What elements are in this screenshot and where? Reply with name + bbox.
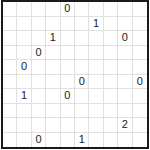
cell-r0c8[interactable] [118, 2, 132, 17]
cell-r9c0[interactable] [3, 133, 17, 148]
cell-r6c1[interactable]: 1 [17, 89, 31, 104]
cell-r3c9[interactable] [133, 46, 147, 61]
cell-r9c6[interactable] [89, 133, 103, 148]
cell-r1c3[interactable] [46, 17, 60, 32]
cell-r0c7[interactable] [104, 2, 118, 17]
cell-r0c9[interactable] [133, 2, 147, 17]
cell-r4c6[interactable] [89, 60, 103, 75]
cell-r6c3[interactable] [46, 89, 60, 104]
cell-r3c2[interactable]: 0 [32, 46, 46, 61]
cell-r9c2[interactable]: 0 [32, 133, 46, 148]
cell-r3c3[interactable] [46, 46, 60, 61]
cell-r6c6[interactable] [89, 89, 103, 104]
cell-r7c4[interactable] [61, 104, 75, 119]
cell-r3c4[interactable] [61, 46, 75, 61]
cell-r4c3[interactable] [46, 60, 60, 75]
cell-r3c5[interactable] [75, 46, 89, 61]
cell-r2c6[interactable] [89, 31, 103, 46]
cell-r2c5[interactable] [75, 31, 89, 46]
cell-r4c8[interactable] [118, 60, 132, 75]
cell-r6c0[interactable] [3, 89, 17, 104]
cell-r5c1[interactable] [17, 75, 31, 90]
cell-r2c7[interactable] [104, 31, 118, 46]
cell-r2c9[interactable] [133, 31, 147, 46]
cell-r9c4[interactable] [61, 133, 75, 148]
cell-r1c1[interactable] [17, 17, 31, 32]
cell-r0c2[interactable] [32, 2, 46, 17]
cell-r9c3[interactable] [46, 133, 60, 148]
cell-r2c2[interactable] [32, 31, 46, 46]
cell-r9c7[interactable] [104, 133, 118, 148]
cell-r0c0[interactable] [3, 2, 17, 17]
cell-r9c1[interactable] [17, 133, 31, 148]
page: 0110000010201 [0, 0, 150, 150]
cell-r4c0[interactable] [3, 60, 17, 75]
cell-r4c5[interactable] [75, 60, 89, 75]
cell-r1c2[interactable] [32, 17, 46, 32]
cell-r9c8[interactable] [118, 133, 132, 148]
cell-r1c9[interactable] [133, 17, 147, 32]
cell-r1c7[interactable] [104, 17, 118, 32]
cell-r6c5[interactable] [75, 89, 89, 104]
cell-r5c3[interactable] [46, 75, 60, 90]
cell-r5c7[interactable] [104, 75, 118, 90]
cell-r5c9[interactable]: 0 [133, 75, 147, 90]
cell-r3c0[interactable] [3, 46, 17, 61]
cell-r7c0[interactable] [3, 104, 17, 119]
cell-r4c2[interactable] [32, 60, 46, 75]
cell-r4c1[interactable]: 0 [17, 60, 31, 75]
cell-r3c8[interactable] [118, 46, 132, 61]
cell-r2c1[interactable] [17, 31, 31, 46]
cell-r8c0[interactable] [3, 118, 17, 133]
cell-r5c6[interactable] [89, 75, 103, 90]
cell-r7c5[interactable] [75, 104, 89, 119]
cell-r8c1[interactable] [17, 118, 31, 133]
cell-r1c8[interactable] [118, 17, 132, 32]
cell-r8c9[interactable] [133, 118, 147, 133]
cell-r1c0[interactable] [3, 17, 17, 32]
cell-r8c8[interactable]: 2 [118, 118, 132, 133]
cell-r5c8[interactable] [118, 75, 132, 90]
cell-r8c5[interactable] [75, 118, 89, 133]
cell-r3c1[interactable] [17, 46, 31, 61]
cell-r2c8[interactable]: 0 [118, 31, 132, 46]
cell-r4c7[interactable] [104, 60, 118, 75]
cell-r8c4[interactable] [61, 118, 75, 133]
cell-r0c1[interactable] [17, 2, 31, 17]
cell-r2c4[interactable] [61, 31, 75, 46]
cell-r5c2[interactable] [32, 75, 46, 90]
cell-r2c3[interactable]: 1 [46, 31, 60, 46]
cell-r0c5[interactable] [75, 2, 89, 17]
cell-r4c9[interactable] [133, 60, 147, 75]
cell-r8c7[interactable] [104, 118, 118, 133]
cell-r0c4[interactable]: 0 [61, 2, 75, 17]
cell-r9c9[interactable] [133, 133, 147, 148]
cell-r0c3[interactable] [46, 2, 60, 17]
cell-r7c9[interactable] [133, 104, 147, 119]
cell-r6c7[interactable] [104, 89, 118, 104]
cell-r3c6[interactable] [89, 46, 103, 61]
cell-r1c5[interactable] [75, 17, 89, 32]
slitherlink-board: 0110000010201 [1, 0, 149, 149]
cell-r6c9[interactable] [133, 89, 147, 104]
cell-r7c2[interactable] [32, 104, 46, 119]
cell-r3c7[interactable] [104, 46, 118, 61]
cell-r6c8[interactable] [118, 89, 132, 104]
cell-r8c2[interactable] [32, 118, 46, 133]
cell-r6c4[interactable]: 0 [61, 89, 75, 104]
cell-r6c2[interactable] [32, 89, 46, 104]
cell-r0c6[interactable] [89, 2, 103, 17]
cell-r8c3[interactable] [46, 118, 60, 133]
cell-r5c4[interactable] [61, 75, 75, 90]
cell-r7c7[interactable] [104, 104, 118, 119]
cell-r9c5[interactable]: 1 [75, 133, 89, 148]
cell-r5c5[interactable]: 0 [75, 75, 89, 90]
cell-r5c0[interactable] [3, 75, 17, 90]
cell-r2c0[interactable] [3, 31, 17, 46]
cell-r1c4[interactable] [61, 17, 75, 32]
cell-r7c8[interactable] [118, 104, 132, 119]
cell-r4c4[interactable] [61, 60, 75, 75]
cell-r1c6[interactable]: 1 [89, 17, 103, 32]
cell-r7c1[interactable] [17, 104, 31, 119]
cell-r8c6[interactable] [89, 118, 103, 133]
cell-r7c3[interactable] [46, 104, 60, 119]
cell-r7c6[interactable] [89, 104, 103, 119]
